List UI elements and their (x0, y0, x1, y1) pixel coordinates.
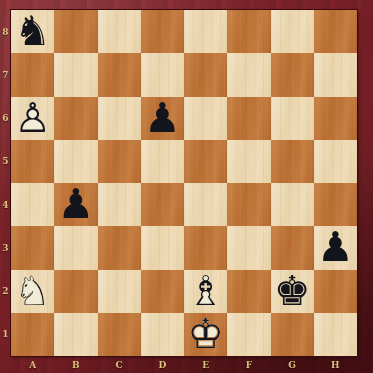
piece-outline: ♔ (184, 313, 227, 356)
rank-label-2: 2 (0, 270, 11, 313)
square-c6[interactable] (98, 97, 141, 140)
square-d8[interactable] (141, 10, 184, 53)
square-d7[interactable] (141, 53, 184, 96)
rank-label-8: 8 (0, 10, 11, 53)
square-b6[interactable] (54, 97, 97, 140)
square-c5[interactable] (98, 140, 141, 183)
square-h8[interactable] (314, 10, 357, 53)
square-f7[interactable] (227, 53, 270, 96)
piece-outline: ♘ (11, 270, 54, 313)
file-labels: ABCDEFGH (11, 356, 357, 373)
rank-label-5: 5 (0, 140, 11, 183)
square-e1[interactable]: ♚♔ (184, 313, 227, 356)
rank-label-7: 7 (0, 53, 11, 96)
white-bishop[interactable]: ♝♗ (184, 270, 227, 313)
square-f8[interactable] (227, 10, 270, 53)
square-a6[interactable]: ♟♙ (11, 97, 54, 140)
black-pawn[interactable]: ♟ (141, 97, 184, 140)
piece-glyph: ♟ (314, 226, 357, 269)
square-b3[interactable] (54, 226, 97, 269)
piece-glyph: ♞ (11, 10, 54, 53)
square-d6[interactable]: ♟ (141, 97, 184, 140)
piece-glyph: ♟ (54, 183, 97, 226)
rank-label-6: 6 (0, 97, 11, 140)
piece-glyph: ♚ (271, 270, 314, 313)
square-a5[interactable] (11, 140, 54, 183)
white-king[interactable]: ♚♔ (184, 313, 227, 356)
square-e5[interactable] (184, 140, 227, 183)
black-knight[interactable]: ♞ (11, 10, 54, 53)
square-f2[interactable] (227, 270, 270, 313)
file-label-g: G (271, 356, 314, 373)
square-g6[interactable] (271, 97, 314, 140)
square-e3[interactable] (184, 226, 227, 269)
file-label-f: F (227, 356, 270, 373)
piece-glyph: ♟ (141, 97, 184, 140)
piece-outline: ♗ (184, 270, 227, 313)
square-a1[interactable] (11, 313, 54, 356)
square-b2[interactable] (54, 270, 97, 313)
black-king[interactable]: ♚ (271, 270, 314, 313)
rank-label-4: 4 (0, 183, 11, 226)
square-e4[interactable] (184, 183, 227, 226)
white-knight[interactable]: ♞♘ (11, 270, 54, 313)
square-a8[interactable]: ♞ (11, 10, 54, 53)
square-f6[interactable] (227, 97, 270, 140)
file-label-h: H (314, 356, 357, 373)
black-pawn[interactable]: ♟ (54, 183, 97, 226)
square-e2[interactable]: ♝♗ (184, 270, 227, 313)
square-h5[interactable] (314, 140, 357, 183)
file-label-a: A (11, 356, 54, 373)
square-c4[interactable] (98, 183, 141, 226)
square-h7[interactable] (314, 53, 357, 96)
square-f5[interactable] (227, 140, 270, 183)
square-b1[interactable] (54, 313, 97, 356)
piece-outline: ♙ (11, 97, 54, 140)
square-b5[interactable] (54, 140, 97, 183)
square-g2[interactable]: ♚ (271, 270, 314, 313)
square-a4[interactable] (11, 183, 54, 226)
square-h3[interactable]: ♟ (314, 226, 357, 269)
black-pawn[interactable]: ♟ (314, 226, 357, 269)
rank-label-1: 1 (0, 313, 11, 356)
square-e7[interactable] (184, 53, 227, 96)
square-b7[interactable] (54, 53, 97, 96)
square-d1[interactable] (141, 313, 184, 356)
square-h1[interactable] (314, 313, 357, 356)
square-a2[interactable]: ♞♘ (11, 270, 54, 313)
rank-label-3: 3 (0, 226, 11, 269)
file-label-c: C (98, 356, 141, 373)
file-label-b: B (54, 356, 97, 373)
square-g3[interactable] (271, 226, 314, 269)
square-c2[interactable] (98, 270, 141, 313)
square-f3[interactable] (227, 226, 270, 269)
square-c3[interactable] (98, 226, 141, 269)
square-d5[interactable] (141, 140, 184, 183)
square-d4[interactable] (141, 183, 184, 226)
chess-board: ♞♟♙♟♟♟♞♘♝♗♚♚♔ (11, 10, 357, 356)
square-e6[interactable] (184, 97, 227, 140)
square-e8[interactable] (184, 10, 227, 53)
white-pawn[interactable]: ♟♙ (11, 97, 54, 140)
board-frame: 87654321 ♞♟♙♟♟♟♞♘♝♗♚♚♔ ABCDEFGH (0, 0, 373, 373)
square-b8[interactable] (54, 10, 97, 53)
square-c1[interactable] (98, 313, 141, 356)
file-label-d: D (141, 356, 184, 373)
square-a7[interactable] (11, 53, 54, 96)
file-label-e: E (184, 356, 227, 373)
square-c7[interactable] (98, 53, 141, 96)
square-h4[interactable] (314, 183, 357, 226)
square-g5[interactable] (271, 140, 314, 183)
square-d2[interactable] (141, 270, 184, 313)
square-g7[interactable] (271, 53, 314, 96)
square-d3[interactable] (141, 226, 184, 269)
square-h6[interactable] (314, 97, 357, 140)
square-a3[interactable] (11, 226, 54, 269)
square-f4[interactable] (227, 183, 270, 226)
square-g8[interactable] (271, 10, 314, 53)
rank-labels: 87654321 (0, 10, 11, 356)
square-c8[interactable] (98, 10, 141, 53)
square-h2[interactable] (314, 270, 357, 313)
square-b4[interactable]: ♟ (54, 183, 97, 226)
square-g4[interactable] (271, 183, 314, 226)
square-f1[interactable] (227, 313, 270, 356)
square-g1[interactable] (271, 313, 314, 356)
